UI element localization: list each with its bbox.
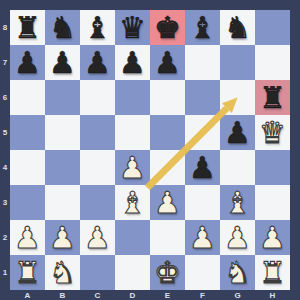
piece-white-pawn[interactable]: ♟ (189, 223, 216, 253)
rank-label-7: 7 (0, 45, 10, 80)
square-c7[interactable]: ♟ (80, 45, 115, 80)
piece-white-bishop[interactable]: ♝ (224, 188, 251, 218)
square-b2[interactable]: ♟ (45, 220, 80, 255)
file-label-b: B (45, 290, 80, 300)
rank-label-5: 5 (0, 115, 10, 150)
rank-label-4: 4 (0, 150, 10, 185)
square-h8[interactable] (255, 10, 290, 45)
piece-white-knight[interactable]: ♞ (49, 258, 76, 288)
rank-label-8: 8 (0, 10, 10, 45)
piece-black-knight[interactable]: ♞ (224, 13, 251, 43)
piece-black-pawn[interactable]: ♟ (119, 48, 146, 78)
square-e4[interactable] (150, 150, 185, 185)
square-d7[interactable]: ♟ (115, 45, 150, 80)
square-c2[interactable]: ♟ (80, 220, 115, 255)
piece-black-bishop[interactable]: ♝ (84, 13, 111, 43)
square-a4[interactable] (10, 150, 45, 185)
square-b3[interactable] (45, 185, 80, 220)
piece-white-queen[interactable]: ♛ (259, 118, 286, 148)
square-h3[interactable] (255, 185, 290, 220)
piece-white-rook[interactable]: ♜ (259, 258, 286, 288)
piece-black-pawn[interactable]: ♟ (189, 153, 216, 183)
square-g5[interactable]: ♟ (220, 115, 255, 150)
square-f6[interactable] (185, 80, 220, 115)
square-h4[interactable] (255, 150, 290, 185)
square-f8[interactable]: ♝ (185, 10, 220, 45)
square-a3[interactable] (10, 185, 45, 220)
square-c6[interactable] (80, 80, 115, 115)
square-c3[interactable] (80, 185, 115, 220)
square-f1[interactable] (185, 255, 220, 290)
square-a2[interactable]: ♟ (10, 220, 45, 255)
square-e7[interactable]: ♟ (150, 45, 185, 80)
chess-board-frame: ♜♞♝♛♚♝♞♟♟♟♟♟♜♟♛♟♟♝♟♝♟♟♟♟♟♟♜♞♚♞♜ 87654321… (0, 0, 300, 300)
square-f5[interactable] (185, 115, 220, 150)
square-d5[interactable] (115, 115, 150, 150)
rank-label-6: 6 (0, 80, 10, 115)
square-a8[interactable]: ♜ (10, 10, 45, 45)
square-a5[interactable] (10, 115, 45, 150)
file-label-h: H (255, 290, 290, 300)
square-e6[interactable] (150, 80, 185, 115)
square-h1[interactable]: ♜ (255, 255, 290, 290)
square-b7[interactable]: ♟ (45, 45, 80, 80)
square-e1[interactable]: ♚ (150, 255, 185, 290)
square-h7[interactable] (255, 45, 290, 80)
piece-white-pawn[interactable]: ♟ (154, 188, 181, 218)
piece-white-pawn[interactable]: ♟ (14, 223, 41, 253)
piece-white-bishop[interactable]: ♝ (119, 188, 146, 218)
rank-label-1: 1 (0, 255, 10, 290)
square-f2[interactable]: ♟ (185, 220, 220, 255)
piece-black-rook[interactable]: ♜ (14, 13, 41, 43)
piece-white-pawn[interactable]: ♟ (84, 223, 111, 253)
piece-black-queen[interactable]: ♛ (119, 13, 146, 43)
file-label-g: G (220, 290, 255, 300)
piece-black-pawn[interactable]: ♟ (84, 48, 111, 78)
square-d4[interactable]: ♟ (115, 150, 150, 185)
piece-black-knight[interactable]: ♞ (49, 13, 76, 43)
rank-label-3: 3 (0, 185, 10, 220)
piece-black-pawn[interactable]: ♟ (14, 48, 41, 78)
square-e8[interactable]: ♚ (150, 10, 185, 45)
piece-white-pawn[interactable]: ♟ (224, 223, 251, 253)
square-d1[interactable] (115, 255, 150, 290)
square-e3[interactable]: ♟ (150, 185, 185, 220)
square-h6[interactable]: ♜ (255, 80, 290, 115)
square-d8[interactable]: ♛ (115, 10, 150, 45)
square-g1[interactable]: ♞ (220, 255, 255, 290)
rank-label-2: 2 (0, 220, 10, 255)
square-c4[interactable] (80, 150, 115, 185)
file-label-f: F (185, 290, 220, 300)
square-b1[interactable]: ♞ (45, 255, 80, 290)
square-g8[interactable]: ♞ (220, 10, 255, 45)
square-e5[interactable] (150, 115, 185, 150)
piece-black-king[interactable]: ♚ (154, 13, 181, 43)
square-c8[interactable]: ♝ (80, 10, 115, 45)
piece-black-pawn[interactable]: ♟ (154, 48, 181, 78)
square-a7[interactable]: ♟ (10, 45, 45, 80)
piece-white-pawn[interactable]: ♟ (259, 223, 286, 253)
file-label-c: C (80, 290, 115, 300)
piece-white-knight[interactable]: ♞ (224, 258, 251, 288)
piece-white-pawn[interactable]: ♟ (49, 223, 76, 253)
square-g4[interactable] (220, 150, 255, 185)
square-g2[interactable]: ♟ (220, 220, 255, 255)
square-a1[interactable]: ♜ (10, 255, 45, 290)
square-a6[interactable] (10, 80, 45, 115)
square-e2[interactable] (150, 220, 185, 255)
square-d2[interactable] (115, 220, 150, 255)
piece-white-king[interactable]: ♚ (154, 258, 181, 288)
file-label-e: E (150, 290, 185, 300)
piece-black-pawn[interactable]: ♟ (49, 48, 76, 78)
square-c5[interactable] (80, 115, 115, 150)
piece-white-rook[interactable]: ♜ (14, 258, 41, 288)
square-f7[interactable] (185, 45, 220, 80)
piece-white-pawn[interactable]: ♟ (119, 153, 146, 183)
square-b4[interactable] (45, 150, 80, 185)
square-d6[interactable] (115, 80, 150, 115)
square-b6[interactable] (45, 80, 80, 115)
square-b8[interactable]: ♞ (45, 10, 80, 45)
square-b5[interactable] (45, 115, 80, 150)
square-d3[interactable]: ♝ (115, 185, 150, 220)
square-f3[interactable] (185, 185, 220, 220)
chess-board: ♜♞♝♛♚♝♞♟♟♟♟♟♜♟♛♟♟♝♟♝♟♟♟♟♟♟♜♞♚♞♜ (10, 10, 290, 290)
square-g6[interactable] (220, 80, 255, 115)
square-h2[interactable]: ♟ (255, 220, 290, 255)
square-c1[interactable] (80, 255, 115, 290)
piece-black-rook[interactable]: ♜ (259, 83, 286, 113)
file-label-d: D (115, 290, 150, 300)
square-g7[interactable] (220, 45, 255, 80)
file-label-a: A (10, 290, 45, 300)
piece-black-pawn[interactable]: ♟ (224, 118, 251, 148)
piece-black-bishop[interactable]: ♝ (189, 13, 216, 43)
square-h5[interactable]: ♛ (255, 115, 290, 150)
square-g3[interactable]: ♝ (220, 185, 255, 220)
square-f4[interactable]: ♟ (185, 150, 220, 185)
